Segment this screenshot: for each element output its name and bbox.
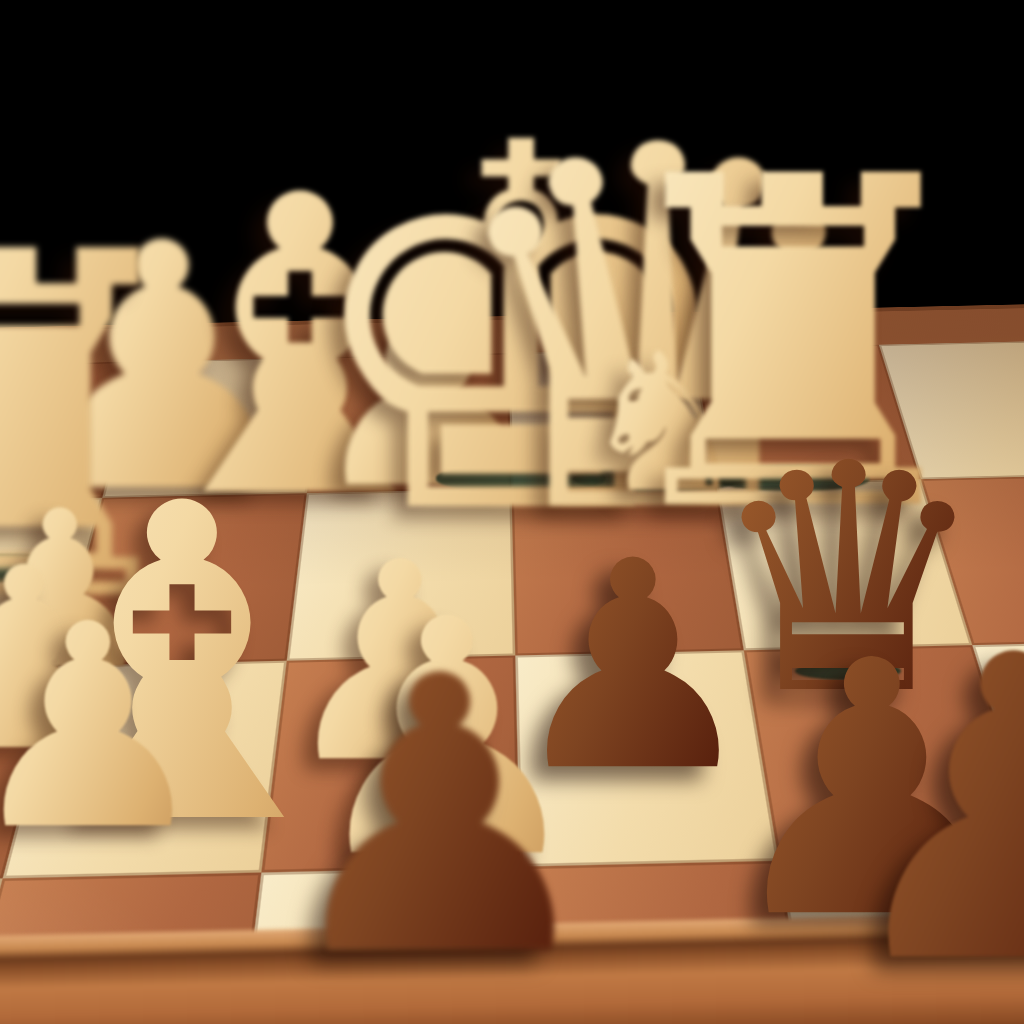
pieces-layer: ♜♟♝♟♚♛♞♜♝♟♟♟♟♟♟♛♟♟♟ bbox=[0, 0, 1024, 1024]
chess-scene: ♜♟♝♟♚♛♞♜♝♟♟♟♟♟♟♛♟♟♟ bbox=[0, 0, 1024, 1024]
piece-black-pawn-d2: ♟ bbox=[250, 628, 631, 1009]
piece-black-pawn-h3: ♟ bbox=[805, 602, 1024, 1021]
piece-white-pawn-b4: ♟ bbox=[0, 587, 229, 868]
